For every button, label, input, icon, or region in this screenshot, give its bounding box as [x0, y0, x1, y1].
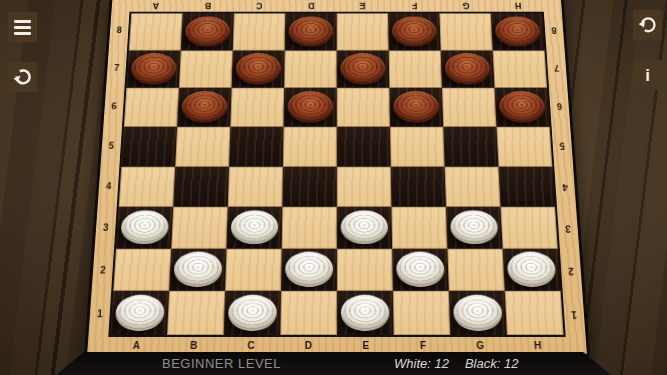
square-g3[interactable]: [445, 207, 502, 249]
square-e3[interactable]: [336, 207, 391, 249]
piece-black[interactable]: [130, 53, 177, 84]
info-icon: i: [645, 67, 650, 84]
square-d3[interactable]: [281, 207, 336, 249]
square-a7[interactable]: [126, 50, 180, 88]
file-label-d: D: [284, 1, 336, 9]
square-a6[interactable]: [123, 88, 178, 127]
rank-label-1: 1: [88, 293, 111, 337]
rank-label-3: 3: [94, 207, 116, 249]
square-c5[interactable]: [229, 127, 283, 167]
piece-black[interactable]: [494, 16, 540, 46]
square-b2[interactable]: [169, 249, 226, 292]
status-bar: BEGINNER LEVEL White: 12 Black: 12: [56, 352, 611, 375]
square-e5[interactable]: [336, 127, 390, 167]
rank-label-4: 4: [97, 166, 119, 207]
square-h4[interactable]: [498, 166, 555, 207]
square-f3[interactable]: [391, 207, 447, 249]
square-e7[interactable]: [336, 50, 389, 88]
square-c7[interactable]: [231, 50, 284, 88]
rank-label-8: 8: [108, 12, 129, 49]
square-c1[interactable]: [223, 291, 280, 335]
file-label-b: B: [181, 1, 233, 9]
square-g4[interactable]: [444, 166, 500, 207]
square-h1[interactable]: [504, 291, 563, 335]
square-f1[interactable]: [392, 291, 449, 335]
rank-label-7: 7: [106, 49, 127, 87]
square-f7[interactable]: [388, 50, 441, 88]
piece-white[interactable]: [173, 252, 222, 287]
square-e6[interactable]: [336, 88, 389, 127]
square-g1[interactable]: [448, 291, 506, 335]
square-f4[interactable]: [390, 166, 445, 207]
square-g5[interactable]: [443, 127, 498, 167]
rank-label-1: 1: [562, 293, 585, 337]
piece-black[interactable]: [393, 91, 439, 123]
file-label-b: B: [164, 340, 222, 350]
square-f5[interactable]: [390, 127, 445, 167]
piece-white[interactable]: [340, 295, 389, 331]
rank-label-7: 7: [546, 49, 567, 87]
board-scene: ABCDEFGH 87654321 87654321 ABCDEFGH: [84, 0, 584, 352]
file-label-a: A: [107, 340, 165, 350]
file-label-c: C: [233, 1, 285, 9]
square-b7[interactable]: [178, 50, 232, 88]
square-h5[interactable]: [496, 127, 552, 167]
square-b3[interactable]: [171, 207, 228, 249]
file-label-d: D: [279, 340, 336, 350]
rank-label-6: 6: [548, 87, 569, 126]
square-a1[interactable]: [110, 291, 169, 335]
square-e4[interactable]: [336, 166, 391, 207]
white-count: White: 12: [394, 356, 449, 371]
square-e1[interactable]: [336, 291, 393, 335]
rotate-arrow-icon: [12, 66, 34, 88]
piece-white[interactable]: [340, 210, 388, 244]
file-labels-top: ABCDEFGH: [111, 0, 561, 12]
square-a5[interactable]: [121, 127, 177, 167]
square-d2[interactable]: [281, 249, 337, 292]
file-label-h: H: [491, 1, 543, 9]
square-f8[interactable]: [388, 13, 441, 50]
piece-black[interactable]: [287, 91, 333, 123]
piece-white[interactable]: [449, 210, 498, 244]
square-b8[interactable]: [180, 13, 233, 50]
piece-white[interactable]: [284, 252, 332, 287]
piece-white[interactable]: [120, 210, 169, 244]
piece-black[interactable]: [184, 16, 230, 46]
black-count: Black: 12: [465, 356, 518, 371]
piece-black[interactable]: [498, 91, 545, 123]
square-f2[interactable]: [392, 249, 449, 292]
file-label-f: F: [388, 1, 440, 9]
square-g8[interactable]: [439, 13, 492, 50]
rank-label-2: 2: [91, 249, 113, 292]
hamburger-icon: [14, 20, 31, 35]
file-label-h: H: [508, 340, 566, 350]
square-d6[interactable]: [283, 88, 336, 127]
square-e2[interactable]: [336, 249, 392, 292]
square-c6[interactable]: [230, 88, 284, 127]
rotate-board-button[interactable]: [8, 62, 37, 92]
square-h3[interactable]: [500, 207, 557, 249]
square-g2[interactable]: [447, 249, 504, 292]
piece-white[interactable]: [452, 295, 502, 331]
play-area: [108, 12, 565, 337]
square-g7[interactable]: [440, 50, 494, 88]
square-c2[interactable]: [225, 249, 282, 292]
square-c8[interactable]: [232, 13, 285, 50]
piece-white[interactable]: [227, 295, 276, 331]
square-g6[interactable]: [441, 88, 496, 127]
square-d4[interactable]: [282, 166, 337, 207]
rank-label-2: 2: [559, 249, 582, 292]
undo-button[interactable]: [633, 10, 662, 40]
menu-button[interactable]: [8, 12, 37, 42]
square-d7[interactable]: [284, 50, 337, 88]
square-a2[interactable]: [113, 249, 171, 292]
square-h8[interactable]: [490, 13, 544, 50]
level-label: BEGINNER LEVEL: [162, 356, 281, 371]
square-b4[interactable]: [173, 166, 229, 207]
piece-black[interactable]: [288, 16, 333, 46]
square-b6[interactable]: [177, 88, 231, 127]
undo-arrow-icon: [637, 14, 659, 36]
piece-black[interactable]: [235, 53, 281, 84]
file-labels-bottom: ABCDEFGH: [87, 337, 587, 354]
file-label-e: E: [336, 1, 388, 9]
piece-black[interactable]: [181, 91, 228, 123]
square-d8[interactable]: [284, 13, 336, 50]
square-a8[interactable]: [128, 13, 182, 50]
file-label-g: G: [451, 340, 509, 350]
rank-label-6: 6: [103, 87, 124, 126]
piece-white[interactable]: [396, 252, 445, 287]
piece-white[interactable]: [506, 252, 556, 287]
square-f6[interactable]: [389, 88, 443, 127]
square-b5[interactable]: [175, 127, 230, 167]
file-label-a: A: [129, 1, 181, 9]
file-label-e: E: [336, 340, 393, 350]
rank-label-5: 5: [100, 126, 122, 166]
rank-label-8: 8: [543, 12, 564, 49]
square-c3[interactable]: [226, 207, 282, 249]
rank-label-4: 4: [554, 166, 576, 207]
square-h6[interactable]: [494, 88, 549, 127]
info-button[interactable]: i: [633, 60, 662, 90]
file-label-g: G: [439, 1, 491, 9]
square-a4[interactable]: [118, 166, 175, 207]
rank-label-3: 3: [557, 207, 579, 249]
square-e8[interactable]: [336, 13, 388, 50]
piece-white[interactable]: [114, 295, 164, 331]
square-a3[interactable]: [115, 207, 172, 249]
piece-black[interactable]: [391, 16, 436, 46]
file-label-f: F: [394, 340, 452, 350]
square-d5[interactable]: [282, 127, 336, 167]
piece-white[interactable]: [230, 210, 278, 244]
piece-black[interactable]: [340, 53, 385, 84]
square-h7[interactable]: [492, 50, 546, 88]
checkers-board: ABCDEFGH 87654321 87654321 ABCDEFGH: [84, 0, 590, 356]
square-d1[interactable]: [280, 291, 337, 335]
square-c4[interactable]: [227, 166, 282, 207]
piece-black[interactable]: [444, 53, 490, 84]
file-label-c: C: [222, 340, 280, 350]
square-h2[interactable]: [502, 249, 560, 292]
square-b1[interactable]: [167, 291, 225, 335]
rank-label-5: 5: [551, 126, 573, 166]
